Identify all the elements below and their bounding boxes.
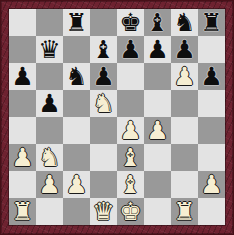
black-queen-b7: ♛ — [36, 36, 63, 63]
square-e8[interactable]: ♚ — [117, 9, 144, 36]
white-pawn-a3: ♟ — [9, 144, 36, 171]
square-a8[interactable] — [9, 9, 36, 36]
white-pawn-h2: ♟ — [198, 171, 225, 198]
chess-board-frame: ♜♚♝♞♜♛♝♟♟♟♟♞♟♟♟♟♞♟♟♟♞♝♟♟♝♟♜♛♚♜ — [0, 0, 234, 235]
black-king-e8: ♚ — [117, 9, 144, 36]
square-f8[interactable]: ♝ — [144, 9, 171, 36]
square-h8[interactable]: ♜ — [198, 9, 225, 36]
square-g4[interactable] — [171, 117, 198, 144]
black-pawn-h6: ♟ — [198, 63, 225, 90]
square-c4[interactable] — [63, 117, 90, 144]
white-pawn-e4: ♟ — [117, 117, 144, 144]
square-f2[interactable] — [144, 171, 171, 198]
square-e2[interactable]: ♝ — [117, 171, 144, 198]
white-pawn-g6: ♟ — [171, 63, 198, 90]
white-pawn-f4: ♟ — [144, 117, 171, 144]
square-a3[interactable]: ♟ — [9, 144, 36, 171]
square-e4[interactable]: ♟ — [117, 117, 144, 144]
square-g8[interactable]: ♞ — [171, 9, 198, 36]
white-rook-g1: ♜ — [171, 198, 198, 225]
black-knight-g8: ♞ — [171, 9, 198, 36]
square-g3[interactable] — [171, 144, 198, 171]
white-king-e1: ♚ — [117, 198, 144, 225]
white-bishop-e2: ♝ — [117, 171, 144, 198]
square-d2[interactable] — [90, 171, 117, 198]
white-pawn-c2: ♟ — [63, 171, 90, 198]
chess-board: ♜♚♝♞♜♛♝♟♟♟♟♞♟♟♟♟♞♟♟♟♞♝♟♟♝♟♜♛♚♜ — [9, 9, 225, 225]
square-h7[interactable] — [198, 36, 225, 63]
square-f6[interactable] — [144, 63, 171, 90]
white-pawn-b2: ♟ — [36, 171, 63, 198]
square-f3[interactable] — [144, 144, 171, 171]
square-b2[interactable]: ♟ — [36, 171, 63, 198]
square-h3[interactable] — [198, 144, 225, 171]
white-knight-b3: ♞ — [36, 144, 63, 171]
square-c6[interactable]: ♞ — [63, 63, 90, 90]
square-h1[interactable] — [198, 198, 225, 225]
black-knight-c6: ♞ — [63, 63, 90, 90]
square-b3[interactable]: ♞ — [36, 144, 63, 171]
square-c8[interactable]: ♜ — [63, 9, 90, 36]
square-g1[interactable]: ♜ — [171, 198, 198, 225]
square-h5[interactable] — [198, 90, 225, 117]
square-f5[interactable] — [144, 90, 171, 117]
white-bishop-e3: ♝ — [117, 144, 144, 171]
black-bishop-f8: ♝ — [144, 9, 171, 36]
square-h4[interactable] — [198, 117, 225, 144]
square-g5[interactable] — [171, 90, 198, 117]
square-f4[interactable]: ♟ — [144, 117, 171, 144]
square-c5[interactable] — [63, 90, 90, 117]
square-e5[interactable] — [117, 90, 144, 117]
square-d8[interactable] — [90, 9, 117, 36]
square-d1[interactable]: ♛ — [90, 198, 117, 225]
square-d4[interactable] — [90, 117, 117, 144]
square-c1[interactable] — [63, 198, 90, 225]
square-a1[interactable]: ♜ — [9, 198, 36, 225]
black-rook-c8: ♜ — [63, 9, 90, 36]
square-a6[interactable]: ♟ — [9, 63, 36, 90]
square-g6[interactable]: ♟ — [171, 63, 198, 90]
white-knight-d5: ♞ — [90, 90, 117, 117]
square-a5[interactable] — [9, 90, 36, 117]
square-d3[interactable] — [90, 144, 117, 171]
square-c3[interactable] — [63, 144, 90, 171]
square-g7[interactable]: ♟ — [171, 36, 198, 63]
square-c2[interactable]: ♟ — [63, 171, 90, 198]
square-b4[interactable] — [36, 117, 63, 144]
square-b5[interactable]: ♟ — [36, 90, 63, 117]
black-pawn-f7: ♟ — [144, 36, 171, 63]
square-d6[interactable]: ♟ — [90, 63, 117, 90]
square-e1[interactable]: ♚ — [117, 198, 144, 225]
black-pawn-g7: ♟ — [171, 36, 198, 63]
black-pawn-b5: ♟ — [36, 90, 63, 117]
square-b7[interactable]: ♛ — [36, 36, 63, 63]
black-bishop-d7: ♝ — [90, 36, 117, 63]
white-rook-a1: ♜ — [9, 198, 36, 225]
square-a4[interactable] — [9, 117, 36, 144]
square-b6[interactable] — [36, 63, 63, 90]
square-e6[interactable] — [117, 63, 144, 90]
square-e3[interactable]: ♝ — [117, 144, 144, 171]
black-rook-h8: ♜ — [198, 9, 225, 36]
square-b1[interactable] — [36, 198, 63, 225]
square-a7[interactable] — [9, 36, 36, 63]
square-h6[interactable]: ♟ — [198, 63, 225, 90]
square-h2[interactable]: ♟ — [198, 171, 225, 198]
black-pawn-e7: ♟ — [117, 36, 144, 63]
square-b8[interactable] — [36, 9, 63, 36]
square-a2[interactable] — [9, 171, 36, 198]
black-pawn-d6: ♟ — [90, 63, 117, 90]
square-c7[interactable] — [63, 36, 90, 63]
square-f7[interactable]: ♟ — [144, 36, 171, 63]
white-queen-d1: ♛ — [90, 198, 117, 225]
square-e7[interactable]: ♟ — [117, 36, 144, 63]
square-g2[interactable] — [171, 171, 198, 198]
black-pawn-a6: ♟ — [9, 63, 36, 90]
square-d7[interactable]: ♝ — [90, 36, 117, 63]
square-f1[interactable] — [144, 198, 171, 225]
square-d5[interactable]: ♞ — [90, 90, 117, 117]
